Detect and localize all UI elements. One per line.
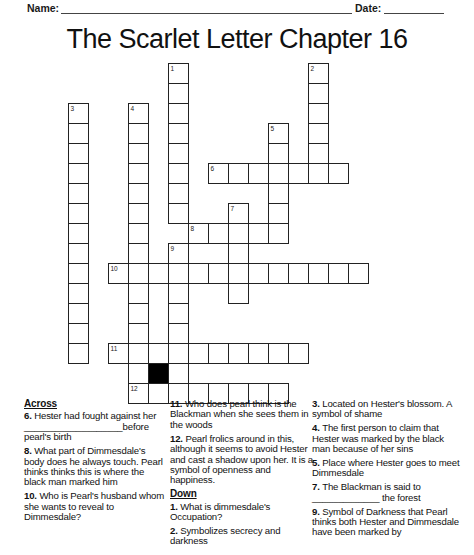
grid-cell[interactable]: [208, 263, 229, 284]
name-input-line[interactable]: [61, 1, 352, 14]
clues-column-down: 3. Located on Hester's blossom. A symbol…: [312, 399, 462, 541]
grid-cell[interactable]: [128, 203, 149, 224]
clues-column-across: Across6. Hester had fought against her _…: [24, 399, 167, 526]
grid-cell[interactable]: [128, 163, 149, 184]
down-heading: Down: [170, 489, 314, 499]
grid-cell[interactable]: [248, 343, 269, 364]
grid-cell[interactable]: [328, 263, 349, 284]
grid-cell[interactable]: [248, 263, 269, 284]
page-title: The Scarlet Letter Chapter 16: [0, 24, 474, 55]
grid-cell[interactable]: 4: [128, 103, 149, 124]
grid-cell[interactable]: [328, 163, 349, 184]
clue-8: 8. What part of Dimmesdale's body does h…: [24, 446, 167, 488]
grid-cell[interactable]: [168, 103, 189, 124]
grid-cell[interactable]: [168, 263, 189, 284]
clue-4: 4. The first person to claim that Hester…: [312, 423, 462, 454]
grid-cell[interactable]: [68, 163, 89, 184]
grid-cell[interactable]: [248, 163, 269, 184]
grid-cell[interactable]: 9: [168, 243, 189, 264]
grid-cell[interactable]: [228, 223, 249, 244]
grid-cell[interactable]: [168, 163, 189, 184]
grid-cell[interactable]: [148, 263, 169, 284]
grid-cell[interactable]: [268, 223, 289, 244]
grid-cell[interactable]: [68, 303, 89, 324]
grid-cell[interactable]: [308, 143, 329, 164]
grid-cell[interactable]: [128, 243, 149, 264]
clue-number: 5: [271, 125, 275, 132]
grid-cell[interactable]: 2: [308, 63, 329, 84]
grid-cell[interactable]: [68, 263, 89, 284]
grid-cell[interactable]: [128, 343, 149, 364]
grid-cell[interactable]: [68, 283, 89, 304]
grid-cell[interactable]: [128, 283, 149, 304]
grid-cell[interactable]: [288, 263, 309, 284]
grid-cell[interactable]: [168, 203, 189, 224]
grid-cell[interactable]: [308, 123, 329, 144]
grid-cell[interactable]: [68, 323, 89, 344]
clue-3: 3. Located on Hester's blossom. A symbol…: [312, 399, 462, 420]
grid-cell[interactable]: [308, 263, 329, 284]
clue-9: 9. Symbol of Darkness that Pearl thinks …: [312, 507, 462, 538]
clue-number: 1: [171, 65, 175, 72]
crossword-grid[interactable]: 123456789101112: [68, 63, 369, 404]
grid-cell[interactable]: [128, 123, 149, 144]
grid-cell[interactable]: [148, 343, 169, 364]
grid-cell[interactable]: [168, 303, 189, 324]
clues-column-middle: 11. Who does pearl think is the Blackman…: [170, 399, 314, 550]
grid-cell[interactable]: [68, 143, 89, 164]
grid-cell[interactable]: [168, 83, 189, 104]
grid-cell[interactable]: [248, 223, 269, 244]
grid-cell[interactable]: [268, 183, 289, 204]
date-input-line[interactable]: [384, 1, 444, 14]
clue-number: 2: [311, 65, 315, 72]
grid-cell[interactable]: [308, 103, 329, 124]
grid-cell[interactable]: [228, 243, 249, 264]
across-heading: Across: [24, 399, 167, 409]
grid-cell[interactable]: [68, 223, 89, 244]
grid-cell[interactable]: [288, 343, 309, 364]
name-label: Name:: [27, 2, 59, 14]
clue-7: 7. The Blackman is said to _____________…: [312, 482, 462, 503]
black-cell: [148, 363, 169, 384]
grid-cell[interactable]: 11: [108, 343, 129, 364]
grid-cell[interactable]: [168, 363, 189, 384]
clue-number: 4: [131, 105, 135, 112]
grid-cell[interactable]: [128, 223, 149, 244]
grid-cell[interactable]: [228, 283, 249, 304]
grid-cell[interactable]: 5: [268, 123, 289, 144]
clue-12: 12. Pearl frolics around in this, althou…: [170, 434, 314, 486]
grid-cell[interactable]: [168, 143, 189, 164]
grid-cell[interactable]: [168, 343, 189, 364]
grid-cell[interactable]: [308, 83, 329, 104]
clue-2: 2. Symbolizes secrecy and darkness: [170, 526, 314, 547]
grid-cell[interactable]: [168, 123, 189, 144]
grid-cell[interactable]: 1: [168, 63, 189, 84]
grid-cell[interactable]: [128, 363, 149, 384]
clue-number: 7: [231, 205, 235, 212]
grid-cell[interactable]: 10: [108, 263, 129, 284]
grid-cell[interactable]: [168, 183, 189, 204]
clue-number: 6: [211, 165, 215, 172]
clue-number: 10: [111, 265, 118, 272]
grid-cell[interactable]: [128, 303, 149, 324]
date-label: Date:: [355, 2, 381, 14]
grid-cell[interactable]: [268, 263, 289, 284]
grid-cell[interactable]: [68, 203, 89, 224]
grid-cell[interactable]: [228, 343, 249, 364]
grid-cell[interactable]: [68, 343, 89, 364]
grid-cell[interactable]: [268, 343, 289, 364]
grid-cell[interactable]: [208, 343, 229, 364]
grid-cell[interactable]: [168, 283, 189, 304]
clue-5: 5. Place where Hester goes to meet Dimme…: [312, 458, 462, 479]
clue-number: 8: [191, 225, 195, 232]
grid-cell[interactable]: [68, 183, 89, 204]
grid-cell[interactable]: [268, 203, 289, 224]
clue-6: 6. Hester had fought against her _______…: [24, 411, 167, 442]
grid-cell[interactable]: [288, 163, 309, 184]
grid-cell[interactable]: [348, 263, 369, 284]
clue-number: 12: [131, 385, 138, 392]
grid-cell[interactable]: [128, 323, 149, 344]
grid-cell[interactable]: [308, 163, 329, 184]
clue-number: 11: [111, 345, 118, 352]
grid-cell[interactable]: [128, 263, 149, 284]
grid-cell[interactable]: [68, 123, 89, 144]
grid-cell[interactable]: 3: [68, 103, 89, 124]
grid-cell[interactable]: [268, 163, 289, 184]
clue-1: 1. What is dimmesdale's Occupation?: [170, 502, 314, 523]
grid-cell[interactable]: 6: [208, 163, 229, 184]
grid-cell[interactable]: 7: [228, 203, 249, 224]
clue-number: 3: [71, 105, 75, 112]
grid-cell[interactable]: [188, 343, 209, 364]
grid-cell[interactable]: [208, 223, 229, 244]
grid-cell[interactable]: [188, 263, 209, 284]
clue-11: 11. Who does pearl think is the Blackman…: [170, 399, 314, 430]
grid-cell[interactable]: [268, 143, 289, 164]
clue-10: 10. Who is Pearl's husband whom she want…: [24, 491, 167, 522]
grid-cell[interactable]: [228, 263, 249, 284]
grid-cell[interactable]: [128, 183, 149, 204]
grid-cell[interactable]: [228, 163, 249, 184]
clue-number: 9: [171, 245, 175, 252]
worksheet-page: Name: Date: The Scarlet Letter Chapter 1…: [0, 0, 474, 555]
grid-cell[interactable]: [168, 323, 189, 344]
grid-cell[interactable]: [68, 243, 89, 264]
grid-cell[interactable]: 8: [188, 223, 209, 244]
grid-cell[interactable]: [128, 143, 149, 164]
